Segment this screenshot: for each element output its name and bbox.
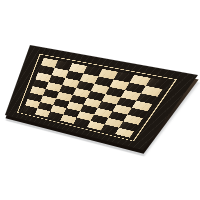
product-photo bbox=[0, 0, 200, 200]
chessboard bbox=[5, 45, 198, 150]
